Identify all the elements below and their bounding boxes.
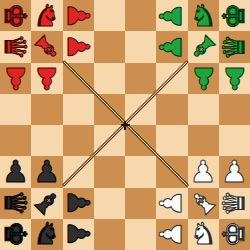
black-pawn[interactable]: ♟ xyxy=(63,221,93,248)
black-knight[interactable]: ♞ xyxy=(33,219,60,249)
square-e1[interactable] xyxy=(125,219,156,250)
white-pawn[interactable]: ♟ xyxy=(157,190,187,217)
red-pawn[interactable]: ♟ xyxy=(33,63,60,93)
square-b8[interactable]: ♞ xyxy=(31,0,62,31)
square-g4[interactable] xyxy=(188,125,219,156)
square-g2[interactable]: ♝ xyxy=(188,188,219,219)
square-e3[interactable] xyxy=(125,156,156,187)
green-pawn[interactable]: ♟ xyxy=(190,63,217,93)
square-c5[interactable] xyxy=(63,94,94,125)
red-queen[interactable]: ♛ xyxy=(1,33,31,60)
square-d4[interactable] xyxy=(94,125,125,156)
square-d2[interactable] xyxy=(94,188,125,219)
square-c2[interactable]: ♟ xyxy=(63,188,94,219)
square-c8[interactable]: ♟ xyxy=(63,0,94,31)
square-c1[interactable]: ♟ xyxy=(63,219,94,250)
game-stage: ♚♞♟♟♞♚♛♝♟♟♝♛♟♟♟♟♟♟♟♟♛♝♟♟♝♛♚♞♟♟♞♚ xyxy=(0,0,250,250)
square-d6[interactable] xyxy=(94,63,125,94)
white-pawn[interactable]: ♟ xyxy=(221,157,248,187)
square-e4[interactable] xyxy=(125,125,156,156)
square-d7[interactable] xyxy=(94,31,125,62)
square-e7[interactable] xyxy=(125,31,156,62)
square-g7[interactable]: ♝ xyxy=(188,31,219,62)
square-f5[interactable] xyxy=(156,94,187,125)
board: ♚♞♟♟♞♚♛♝♟♟♝♛♟♟♟♟♟♟♟♟♛♝♟♟♝♛♚♞♟♟♞♚ xyxy=(0,0,250,250)
square-h2[interactable]: ♛ xyxy=(219,188,250,219)
square-h1[interactable]: ♚ xyxy=(219,219,250,250)
square-a6[interactable]: ♟ xyxy=(0,63,31,94)
square-a3[interactable]: ♟ xyxy=(0,156,31,187)
square-e6[interactable] xyxy=(125,63,156,94)
square-d1[interactable] xyxy=(94,219,125,250)
square-f3[interactable] xyxy=(156,156,187,187)
square-g1[interactable]: ♞ xyxy=(188,219,219,250)
square-h3[interactable]: ♟ xyxy=(219,156,250,187)
square-d3[interactable] xyxy=(94,156,125,187)
square-f4[interactable] xyxy=(156,125,187,156)
red-king[interactable]: ♚ xyxy=(1,2,31,29)
square-b6[interactable]: ♟ xyxy=(31,63,62,94)
square-d8[interactable] xyxy=(94,0,125,31)
red-pawn[interactable]: ♟ xyxy=(63,33,93,60)
red-pawn[interactable]: ♟ xyxy=(2,63,29,93)
green-pawn[interactable]: ♟ xyxy=(157,2,187,29)
square-g5[interactable] xyxy=(188,94,219,125)
square-d5[interactable] xyxy=(94,94,125,125)
red-pawn[interactable]: ♟ xyxy=(63,2,93,29)
square-e5[interactable] xyxy=(125,94,156,125)
square-f2[interactable]: ♟ xyxy=(156,188,187,219)
green-king[interactable]: ♚ xyxy=(219,2,249,29)
square-c4[interactable] xyxy=(63,125,94,156)
green-queen[interactable]: ♛ xyxy=(219,33,249,60)
square-c7[interactable]: ♟ xyxy=(63,31,94,62)
square-c6[interactable] xyxy=(63,63,94,94)
white-queen[interactable]: ♛ xyxy=(219,190,249,217)
square-b5[interactable] xyxy=(31,94,62,125)
black-king[interactable]: ♚ xyxy=(1,221,31,248)
square-b4[interactable] xyxy=(31,125,62,156)
square-f8[interactable]: ♟ xyxy=(156,0,187,31)
square-f6[interactable] xyxy=(156,63,187,94)
square-c3[interactable] xyxy=(63,156,94,187)
square-h8[interactable]: ♚ xyxy=(219,0,250,31)
black-pawn[interactable]: ♟ xyxy=(2,157,29,187)
square-b7[interactable]: ♝ xyxy=(31,31,62,62)
square-a5[interactable] xyxy=(0,94,31,125)
square-e2[interactable] xyxy=(125,188,156,219)
green-pawn[interactable]: ♟ xyxy=(157,33,187,60)
square-h4[interactable] xyxy=(219,125,250,156)
square-g6[interactable]: ♟ xyxy=(188,63,219,94)
green-pawn[interactable]: ♟ xyxy=(221,63,248,93)
white-knight[interactable]: ♞ xyxy=(190,219,217,249)
square-a4[interactable] xyxy=(0,125,31,156)
square-h5[interactable] xyxy=(219,94,250,125)
red-knight[interactable]: ♞ xyxy=(33,1,60,31)
square-f1[interactable]: ♟ xyxy=(156,219,187,250)
square-a1[interactable]: ♚ xyxy=(0,219,31,250)
square-b2[interactable]: ♝ xyxy=(31,188,62,219)
square-h7[interactable]: ♛ xyxy=(219,31,250,62)
square-a8[interactable]: ♚ xyxy=(0,0,31,31)
white-king[interactable]: ♚ xyxy=(219,221,249,248)
white-pawn[interactable]: ♟ xyxy=(190,157,217,187)
square-h6[interactable]: ♟ xyxy=(219,63,250,94)
black-pawn[interactable]: ♟ xyxy=(63,190,93,217)
white-pawn[interactable]: ♟ xyxy=(157,221,187,248)
green-knight[interactable]: ♞ xyxy=(190,1,217,31)
square-e8[interactable] xyxy=(125,0,156,31)
square-b1[interactable]: ♞ xyxy=(31,219,62,250)
